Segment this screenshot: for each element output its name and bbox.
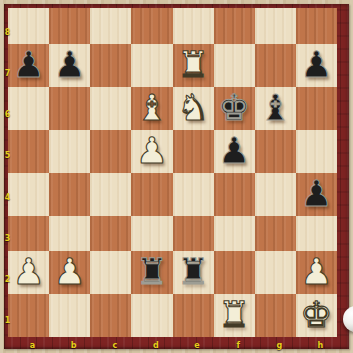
piece-white-knight[interactable]: ♞ [177,87,209,130]
square-f6[interactable]: ♚ [214,87,255,130]
piece-black-king[interactable]: ♚ [218,87,250,130]
square-c2[interactable] [90,251,131,294]
rank-label-1: 1 [3,300,12,341]
square-f5[interactable]: ♟ [214,130,255,173]
square-g1[interactable] [255,294,296,337]
file-label-b: b [53,341,94,350]
square-c3[interactable] [90,216,131,252]
file-label-e: e [177,341,218,350]
piece-black-pawn[interactable]: ♟ [218,130,250,173]
piece-black-rook[interactable]: ♜ [136,251,168,294]
square-f8[interactable] [214,8,255,44]
square-e7[interactable]: ♜ [173,44,214,87]
square-d3[interactable] [131,216,172,252]
square-d8[interactable] [131,8,172,44]
square-a3[interactable] [8,216,49,252]
square-a1[interactable] [8,294,49,337]
piece-black-pawn[interactable]: ♟ [12,44,44,87]
square-b4[interactable] [49,173,90,216]
square-c1[interactable] [90,294,131,337]
square-a2[interactable]: ♟ [8,251,49,294]
file-label-d: d [135,341,176,350]
square-h8[interactable] [296,8,337,44]
piece-white-pawn[interactable]: ♟ [54,251,86,294]
square-g8[interactable] [255,8,296,44]
square-h4[interactable]: ♟ [296,173,337,216]
square-g5[interactable] [255,130,296,173]
square-b6[interactable] [49,87,90,130]
square-e8[interactable] [173,8,214,44]
square-f3[interactable] [214,216,255,252]
file-label-a: a [12,341,53,350]
square-h1[interactable]: ♚ [296,294,337,337]
rank-label-7: 7 [3,53,12,94]
square-h7[interactable]: ♟ [296,44,337,87]
square-h6[interactable] [296,87,337,130]
square-e4[interactable] [173,173,214,216]
square-b8[interactable] [49,8,90,44]
square-b5[interactable] [49,130,90,173]
piece-black-bishop[interactable]: ♝ [259,87,291,130]
square-g3[interactable] [255,216,296,252]
file-label-f: f [218,341,259,350]
square-c8[interactable] [90,8,131,44]
square-g7[interactable] [255,44,296,87]
square-h2[interactable]: ♟ [296,251,337,294]
piece-white-bishop[interactable]: ♝ [136,87,168,130]
square-e1[interactable] [173,294,214,337]
square-b2[interactable]: ♟ [49,251,90,294]
square-d1[interactable] [131,294,172,337]
square-g6[interactable]: ♝ [255,87,296,130]
rank-label-4: 4 [3,177,12,218]
rank-label-6: 6 [3,94,12,135]
square-d7[interactable] [131,44,172,87]
square-g4[interactable] [255,173,296,216]
piece-white-rook[interactable]: ♜ [177,44,209,87]
piece-white-pawn[interactable]: ♟ [12,251,44,294]
square-b3[interactable] [49,216,90,252]
square-a8[interactable] [8,8,49,44]
square-e6[interactable]: ♞ [173,87,214,130]
square-c7[interactable] [90,44,131,87]
piece-black-pawn[interactable]: ♟ [54,44,86,87]
square-d6[interactable]: ♝ [131,87,172,130]
rank-label-3: 3 [3,218,12,259]
square-f7[interactable] [214,44,255,87]
square-f4[interactable] [214,173,255,216]
square-d5[interactable]: ♟ [131,130,172,173]
square-a6[interactable] [8,87,49,130]
piece-black-pawn[interactable]: ♟ [300,173,332,216]
file-label-c: c [94,341,135,350]
square-f1[interactable]: ♜ [214,294,255,337]
square-c5[interactable] [90,130,131,173]
board-frame: ♟♟♜♟♝♞♚♝♟♟♟♟♟♜♜♟♜♚ 87654321abcdefgh [0,0,353,353]
piece-white-pawn[interactable]: ♟ [136,130,168,173]
square-d4[interactable] [131,173,172,216]
square-h3[interactable] [296,216,337,252]
square-c4[interactable] [90,173,131,216]
square-e5[interactable] [173,130,214,173]
square-b7[interactable]: ♟ [49,44,90,87]
rank-label-5: 5 [3,135,12,176]
rank-label-8: 8 [3,12,12,53]
piece-white-king[interactable]: ♚ [300,294,332,337]
square-b1[interactable] [49,294,90,337]
piece-white-rook[interactable]: ♜ [218,294,250,337]
square-g2[interactable] [255,251,296,294]
piece-black-pawn[interactable]: ♟ [300,44,332,87]
square-e3[interactable] [173,216,214,252]
square-a4[interactable] [8,173,49,216]
square-f2[interactable] [214,251,255,294]
piece-black-rook[interactable]: ♜ [177,251,209,294]
square-h5[interactable] [296,130,337,173]
piece-white-pawn[interactable]: ♟ [300,251,332,294]
chess-board: ♟♟♜♟♝♞♚♝♟♟♟♟♟♜♜♟♜♚ [8,8,337,337]
file-label-h: h [300,341,341,350]
rank-label-2: 2 [3,259,12,300]
square-a7[interactable]: ♟ [8,44,49,87]
square-e2[interactable]: ♜ [173,251,214,294]
square-c6[interactable] [90,87,131,130]
square-a5[interactable] [8,130,49,173]
square-d2[interactable]: ♜ [131,251,172,294]
file-label-g: g [259,341,300,350]
